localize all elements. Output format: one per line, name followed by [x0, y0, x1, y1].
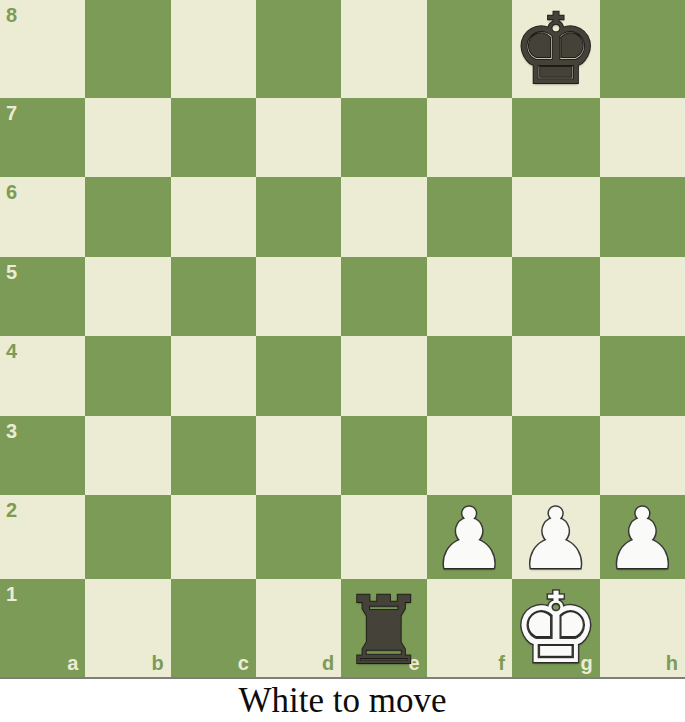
square-a4[interactable]: 4: [0, 336, 85, 415]
square-g8[interactable]: ♚: [512, 0, 600, 98]
square-b3[interactable]: [85, 416, 170, 495]
square-h8[interactable]: [600, 0, 685, 98]
square-b8[interactable]: [85, 0, 170, 98]
square-a3[interactable]: 3: [0, 416, 85, 495]
square-g4[interactable]: [512, 336, 600, 415]
square-g7[interactable]: [512, 98, 600, 177]
square-f3[interactable]: [427, 416, 512, 495]
square-a1[interactable]: 1a: [0, 579, 85, 677]
square-d1[interactable]: d: [256, 579, 341, 677]
square-e6[interactable]: [341, 177, 426, 256]
square-f4[interactable]: [427, 336, 512, 415]
file-label-d: d: [322, 653, 334, 673]
square-c2[interactable]: [171, 495, 256, 579]
square-h7[interactable]: [600, 98, 685, 177]
square-e2[interactable]: [341, 495, 426, 579]
square-g2[interactable]: ♟: [512, 495, 600, 579]
square-e4[interactable]: [341, 336, 426, 415]
rank-label-4: 4: [6, 341, 17, 361]
square-b6[interactable]: [85, 177, 170, 256]
square-h5[interactable]: [600, 257, 685, 336]
square-e1[interactable]: e♜: [341, 579, 426, 677]
square-a2[interactable]: 2: [0, 495, 85, 579]
square-f5[interactable]: [427, 257, 512, 336]
square-e8[interactable]: [341, 0, 426, 98]
square-b5[interactable]: [85, 257, 170, 336]
square-h3[interactable]: [600, 416, 685, 495]
square-h2[interactable]: ♟: [600, 495, 685, 579]
square-e3[interactable]: [341, 416, 426, 495]
square-g5[interactable]: [512, 257, 600, 336]
square-c5[interactable]: [171, 257, 256, 336]
rank-label-2: 2: [6, 500, 17, 520]
white-pawn[interactable]: ♟: [605, 497, 680, 581]
file-label-f: f: [498, 653, 505, 673]
rank-label-1: 1: [6, 584, 17, 604]
square-a7[interactable]: 7: [0, 98, 85, 177]
square-c6[interactable]: [171, 177, 256, 256]
square-b7[interactable]: [85, 98, 170, 177]
square-b1[interactable]: b: [85, 579, 170, 677]
square-f6[interactable]: [427, 177, 512, 256]
square-a8[interactable]: 8: [0, 0, 85, 98]
black-king[interactable]: ♚: [512, 0, 600, 98]
chess-board[interactable]: 8♚765432♟♟♟1abcde♜fg♚h: [0, 0, 685, 679]
square-d4[interactable]: [256, 336, 341, 415]
square-e5[interactable]: [341, 257, 426, 336]
square-h6[interactable]: [600, 177, 685, 256]
black-rook[interactable]: ♜: [342, 584, 426, 678]
square-d2[interactable]: [256, 495, 341, 579]
square-f2[interactable]: ♟: [427, 495, 512, 579]
square-a6[interactable]: 6: [0, 177, 85, 256]
square-c7[interactable]: [171, 98, 256, 177]
square-d6[interactable]: [256, 177, 341, 256]
square-c4[interactable]: [171, 336, 256, 415]
square-d8[interactable]: [256, 0, 341, 98]
square-g1[interactable]: g♚: [512, 579, 600, 677]
white-pawn[interactable]: ♟: [432, 497, 507, 581]
file-label-b: b: [151, 653, 163, 673]
square-d5[interactable]: [256, 257, 341, 336]
rank-label-6: 6: [6, 182, 17, 202]
square-b2[interactable]: [85, 495, 170, 579]
file-label-h: h: [666, 653, 678, 673]
square-h1[interactable]: h: [600, 579, 685, 677]
rank-label-5: 5: [6, 262, 17, 282]
square-e7[interactable]: [341, 98, 426, 177]
square-a5[interactable]: 5: [0, 257, 85, 336]
square-c3[interactable]: [171, 416, 256, 495]
rank-label-7: 7: [6, 103, 17, 123]
square-h4[interactable]: [600, 336, 685, 415]
square-c1[interactable]: c: [171, 579, 256, 677]
square-f8[interactable]: [427, 0, 512, 98]
square-f7[interactable]: [427, 98, 512, 177]
rank-label-8: 8: [6, 5, 17, 25]
square-g3[interactable]: [512, 416, 600, 495]
chess-diagram: 8♚765432♟♟♟1abcde♜fg♚h White to move: [0, 0, 685, 722]
square-d3[interactable]: [256, 416, 341, 495]
caption-white-to-move: White to move: [0, 679, 685, 722]
file-label-c: c: [238, 653, 249, 673]
square-g6[interactable]: [512, 177, 600, 256]
square-f1[interactable]: f: [427, 579, 512, 677]
white-pawn[interactable]: ♟: [518, 497, 593, 581]
square-b4[interactable]: [85, 336, 170, 415]
square-c8[interactable]: [171, 0, 256, 98]
square-d7[interactable]: [256, 98, 341, 177]
white-king[interactable]: ♚: [512, 579, 600, 677]
file-label-a: a: [67, 653, 78, 673]
rank-label-3: 3: [6, 421, 17, 441]
